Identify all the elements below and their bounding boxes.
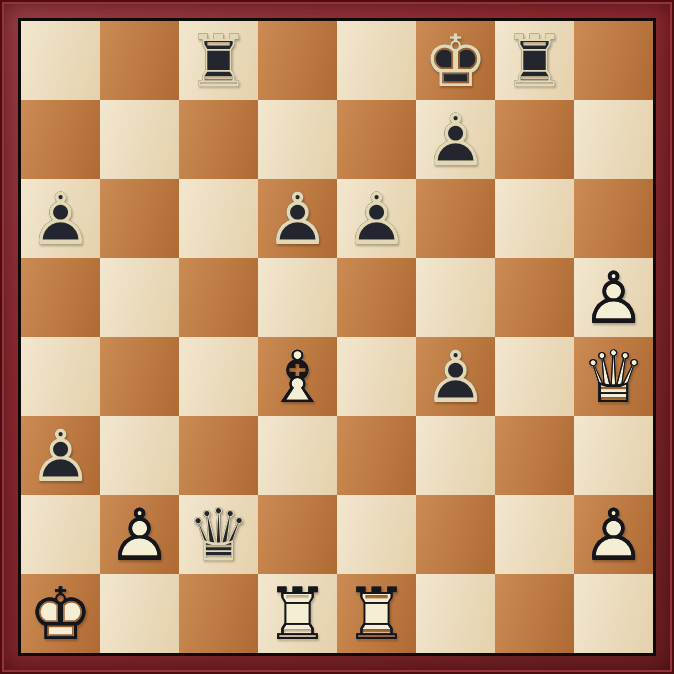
- black-pawn-f4[interactable]: ♟♙: [416, 337, 495, 416]
- square-e6[interactable]: ♟♙: [337, 179, 416, 258]
- square-c5[interactable]: [179, 258, 258, 337]
- square-f6[interactable]: [416, 179, 495, 258]
- square-a6[interactable]: ♟♙: [21, 179, 100, 258]
- square-c3[interactable]: [179, 416, 258, 495]
- black-king-f8[interactable]: ♚♔: [416, 21, 495, 100]
- square-d3[interactable]: [258, 416, 337, 495]
- chess-board: ♜♖♚♔♜♖♟♙♟♙♟♙♟♙♟♙♝♗♟♙♛♕♟♙♟♙♛♕♟♙♚♔♜♖♜♖: [21, 21, 653, 653]
- square-h2[interactable]: ♟♙: [574, 495, 653, 574]
- square-d7[interactable]: [258, 100, 337, 179]
- square-d6[interactable]: ♟♙: [258, 179, 337, 258]
- white-pawn-h5[interactable]: ♟♙: [574, 258, 653, 337]
- square-b6[interactable]: [100, 179, 179, 258]
- square-a7[interactable]: [21, 100, 100, 179]
- square-b2[interactable]: ♟♙: [100, 495, 179, 574]
- square-g6[interactable]: [495, 179, 574, 258]
- white-pawn-b2[interactable]: ♟♙: [100, 495, 179, 574]
- square-a5[interactable]: [21, 258, 100, 337]
- black-pawn-a6[interactable]: ♟♙: [21, 179, 100, 258]
- square-b5[interactable]: [100, 258, 179, 337]
- white-rook-outline-icon: ♖: [337, 574, 416, 653]
- black-rook-c8[interactable]: ♜♖: [179, 21, 258, 100]
- square-c4[interactable]: [179, 337, 258, 416]
- square-a4[interactable]: [21, 337, 100, 416]
- black-pawn-outline-icon: ♙: [258, 179, 337, 258]
- square-e1[interactable]: ♜♖: [337, 574, 416, 653]
- square-d5[interactable]: [258, 258, 337, 337]
- square-f3[interactable]: [416, 416, 495, 495]
- black-queen-outline-icon: ♕: [179, 495, 258, 574]
- square-h6[interactable]: [574, 179, 653, 258]
- square-h1[interactable]: [574, 574, 653, 653]
- square-a3[interactable]: ♟♙: [21, 416, 100, 495]
- square-b3[interactable]: [100, 416, 179, 495]
- square-g2[interactable]: [495, 495, 574, 574]
- square-c8[interactable]: ♜♖: [179, 21, 258, 100]
- white-pawn-h2[interactable]: ♟♙: [574, 495, 653, 574]
- square-b7[interactable]: [100, 100, 179, 179]
- black-pawn-outline-icon: ♙: [337, 179, 416, 258]
- square-e5[interactable]: [337, 258, 416, 337]
- square-f1[interactable]: [416, 574, 495, 653]
- black-queen-c2[interactable]: ♛♕: [179, 495, 258, 574]
- white-king-outline-icon: ♔: [21, 574, 100, 653]
- black-pawn-outline-icon: ♙: [416, 100, 495, 179]
- white-rook-d1[interactable]: ♜♖: [258, 574, 337, 653]
- white-rook-outline-icon: ♖: [258, 574, 337, 653]
- white-pawn-outline-icon: ♙: [574, 258, 653, 337]
- square-b1[interactable]: [100, 574, 179, 653]
- square-b8[interactable]: [100, 21, 179, 100]
- square-c6[interactable]: [179, 179, 258, 258]
- black-king-outline-icon: ♔: [416, 21, 495, 100]
- black-rook-outline-icon: ♖: [495, 21, 574, 100]
- black-pawn-outline-icon: ♙: [21, 416, 100, 495]
- black-pawn-a3[interactable]: ♟♙: [21, 416, 100, 495]
- black-rook-g8[interactable]: ♜♖: [495, 21, 574, 100]
- square-b4[interactable]: [100, 337, 179, 416]
- black-pawn-outline-icon: ♙: [21, 179, 100, 258]
- black-pawn-f7[interactable]: ♟♙: [416, 100, 495, 179]
- square-e3[interactable]: [337, 416, 416, 495]
- square-g7[interactable]: [495, 100, 574, 179]
- white-bishop-outline-icon: ♗: [258, 337, 337, 416]
- square-e8[interactable]: [337, 21, 416, 100]
- black-pawn-outline-icon: ♙: [416, 337, 495, 416]
- square-e4[interactable]: [337, 337, 416, 416]
- square-a1[interactable]: ♚♔: [21, 574, 100, 653]
- white-queen-h4[interactable]: ♛♕: [574, 337, 653, 416]
- white-queen-outline-icon: ♕: [574, 337, 653, 416]
- white-king-a1[interactable]: ♚♔: [21, 574, 100, 653]
- board-border: ♜♖♚♔♜♖♟♙♟♙♟♙♟♙♟♙♝♗♟♙♛♕♟♙♟♙♛♕♟♙♚♔♜♖♜♖: [18, 18, 656, 656]
- board-frame: ♜♖♚♔♜♖♟♙♟♙♟♙♟♙♟♙♝♗♟♙♛♕♟♙♟♙♛♕♟♙♚♔♜♖♜♖: [0, 0, 674, 674]
- square-a8[interactable]: [21, 21, 100, 100]
- square-a2[interactable]: [21, 495, 100, 574]
- square-d1[interactable]: ♜♖: [258, 574, 337, 653]
- white-pawn-outline-icon: ♙: [100, 495, 179, 574]
- square-c2[interactable]: ♛♕: [179, 495, 258, 574]
- square-g1[interactable]: [495, 574, 574, 653]
- square-g8[interactable]: ♜♖: [495, 21, 574, 100]
- square-g4[interactable]: [495, 337, 574, 416]
- square-c7[interactable]: [179, 100, 258, 179]
- square-e7[interactable]: [337, 100, 416, 179]
- square-h4[interactable]: ♛♕: [574, 337, 653, 416]
- square-h7[interactable]: [574, 100, 653, 179]
- square-h8[interactable]: [574, 21, 653, 100]
- square-d4[interactable]: ♝♗: [258, 337, 337, 416]
- black-pawn-e6[interactable]: ♟♙: [337, 179, 416, 258]
- square-f4[interactable]: ♟♙: [416, 337, 495, 416]
- square-h3[interactable]: [574, 416, 653, 495]
- black-rook-outline-icon: ♖: [179, 21, 258, 100]
- square-f5[interactable]: [416, 258, 495, 337]
- square-d2[interactable]: [258, 495, 337, 574]
- square-f7[interactable]: ♟♙: [416, 100, 495, 179]
- square-d8[interactable]: [258, 21, 337, 100]
- square-g3[interactable]: [495, 416, 574, 495]
- square-f8[interactable]: ♚♔: [416, 21, 495, 100]
- white-bishop-d4[interactable]: ♝♗: [258, 337, 337, 416]
- white-pawn-outline-icon: ♙: [574, 495, 653, 574]
- square-h5[interactable]: ♟♙: [574, 258, 653, 337]
- square-e2[interactable]: [337, 495, 416, 574]
- square-c1[interactable]: [179, 574, 258, 653]
- square-g5[interactable]: [495, 258, 574, 337]
- black-pawn-d6[interactable]: ♟♙: [258, 179, 337, 258]
- white-rook-e1[interactable]: ♜♖: [337, 574, 416, 653]
- square-f2[interactable]: [416, 495, 495, 574]
